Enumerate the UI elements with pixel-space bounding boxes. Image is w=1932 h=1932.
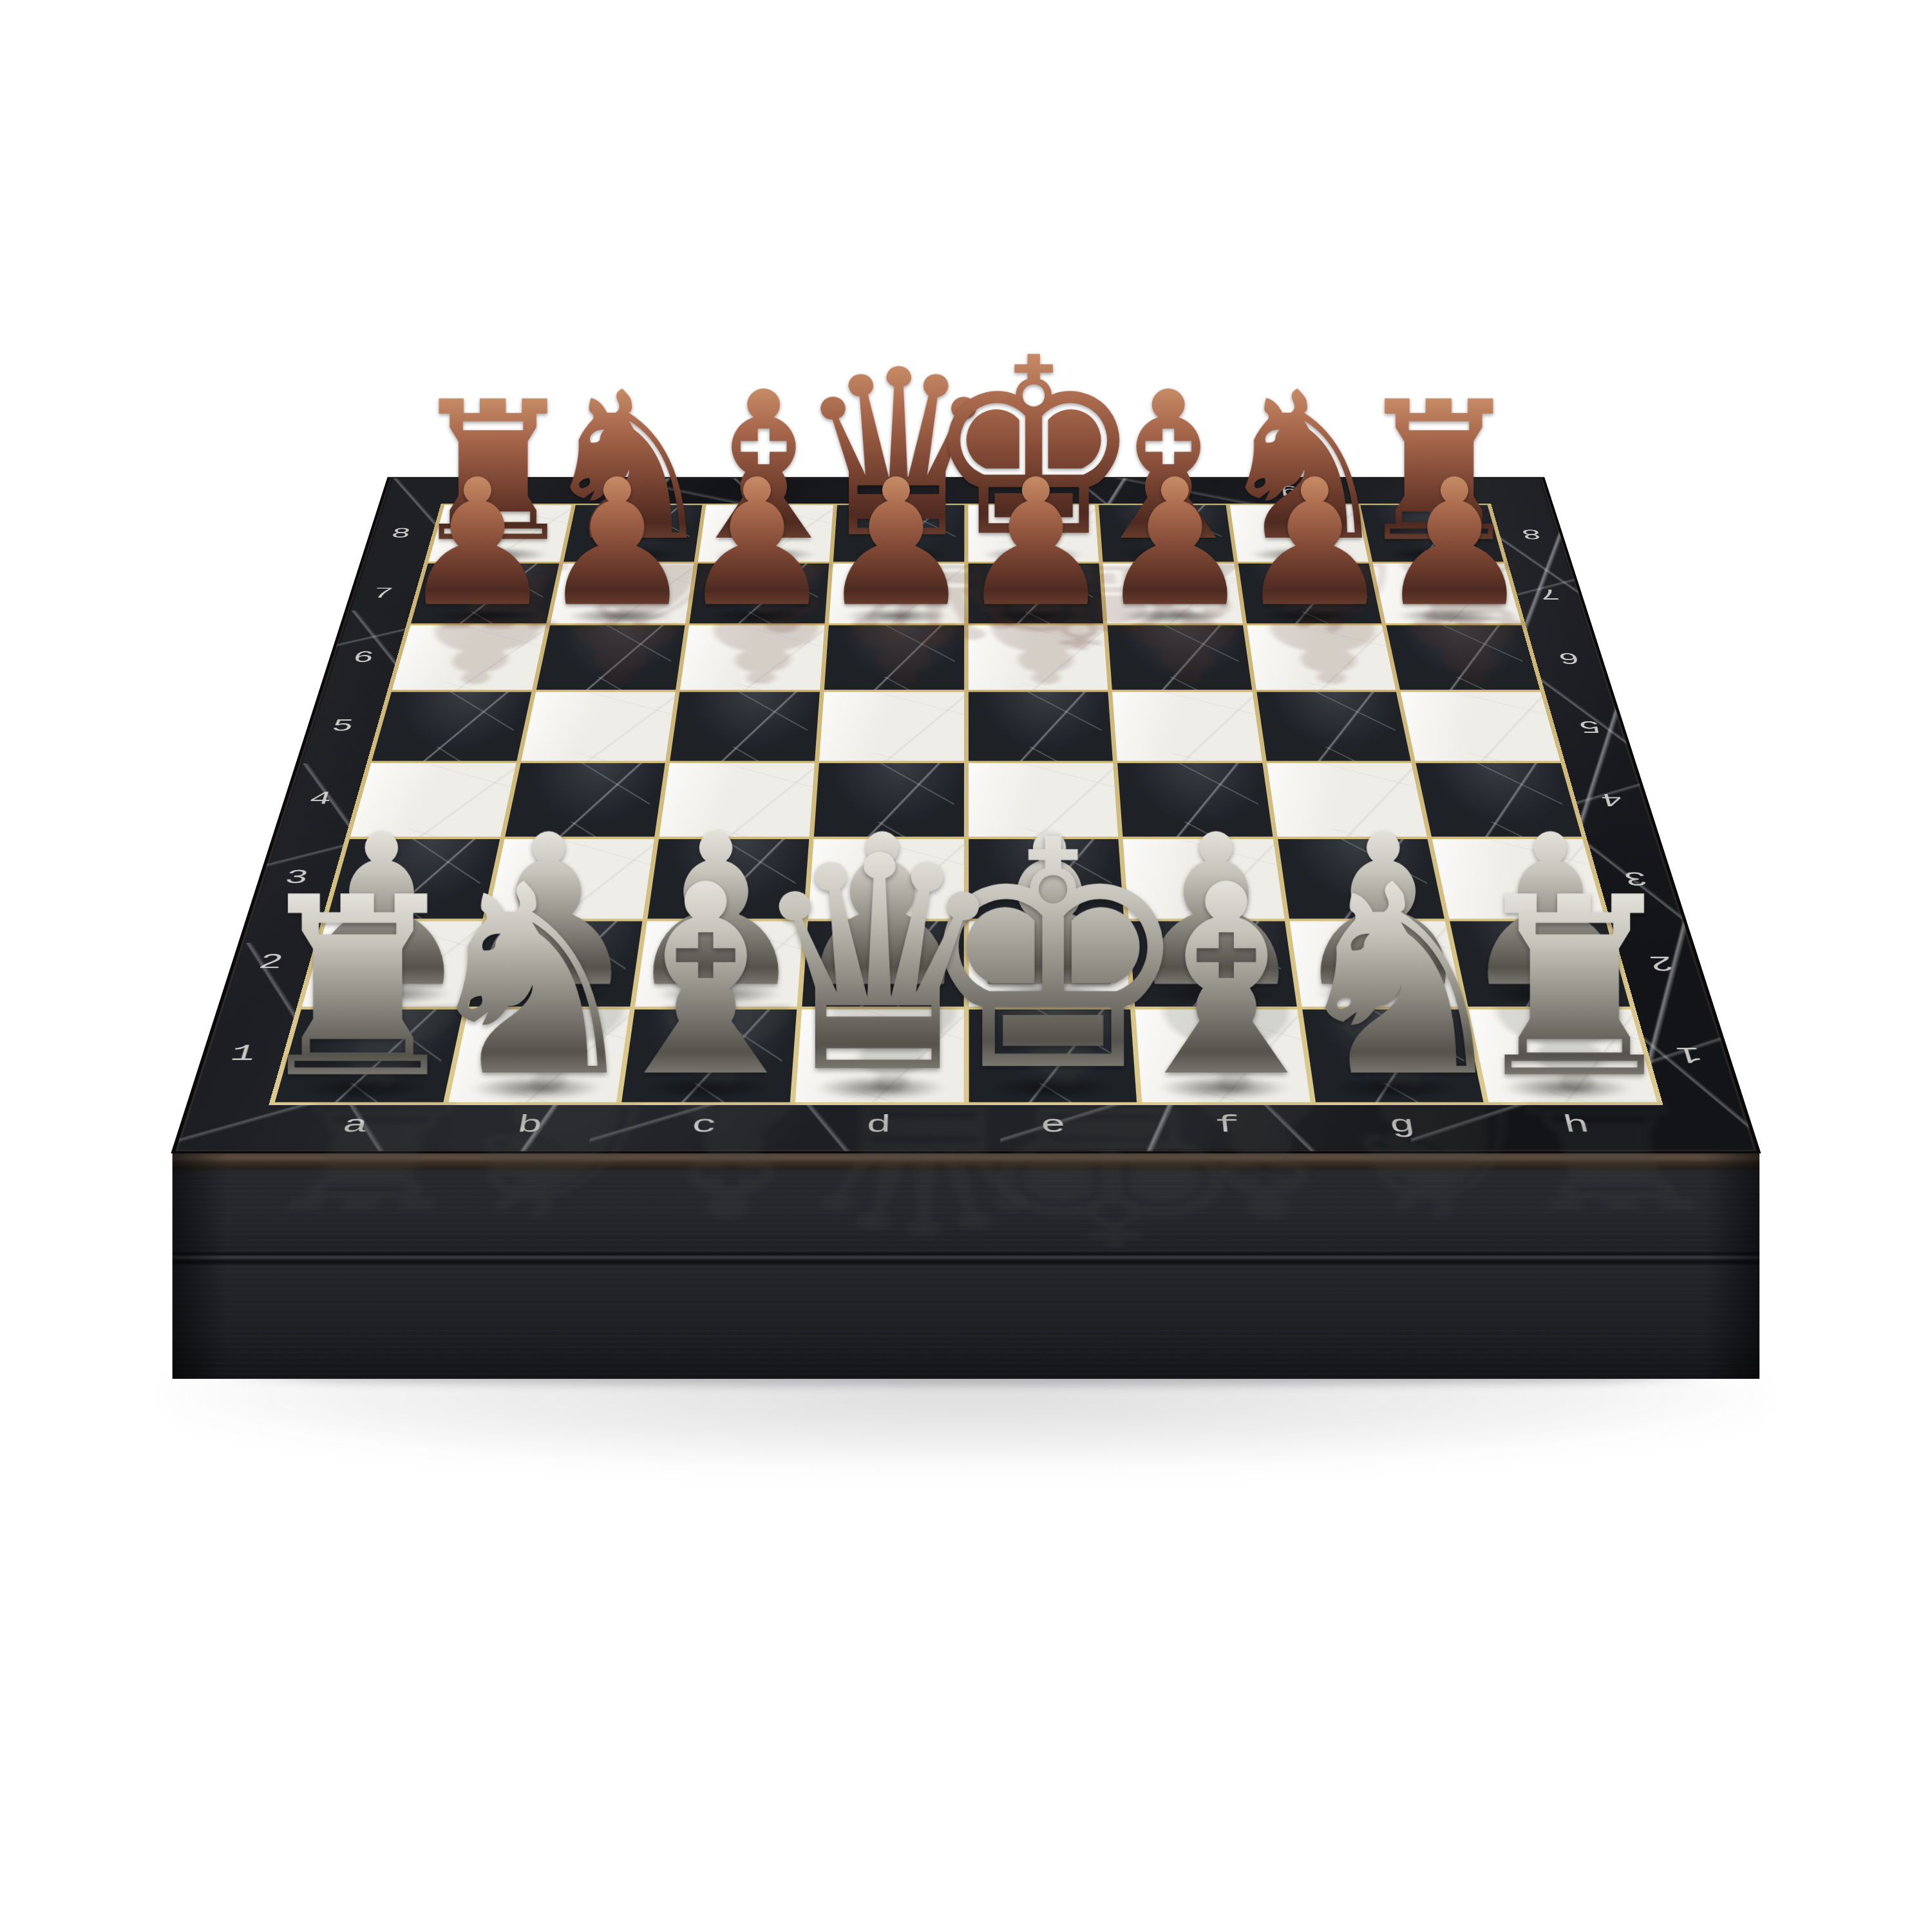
file-label-near-d: d xyxy=(791,1112,966,1139)
scene: abcdefgh abcdefgh 12345678 12345678 ♜♞♝♛… xyxy=(0,0,1932,1932)
square-b7[interactable]: ♟ xyxy=(550,563,694,623)
piece-black-pawn-d7[interactable]: ♟ xyxy=(818,460,974,627)
piece-black-pawn-f7[interactable]: ♟ xyxy=(1097,460,1253,627)
file-label-near-c: c xyxy=(615,1112,792,1139)
square-c7[interactable]: ♟ xyxy=(690,563,829,623)
square-d7[interactable]: ♟ xyxy=(829,563,964,623)
file-label-near-b: b xyxy=(440,1112,620,1139)
square-c1[interactable]: ♝ xyxy=(621,1010,797,1103)
square-c5[interactable] xyxy=(670,692,819,761)
square-e7[interactable]: ♟ xyxy=(968,563,1103,623)
piece-black-pawn-g7[interactable]: ♟ xyxy=(1236,460,1393,627)
square-e5[interactable] xyxy=(968,692,1113,761)
square-g1[interactable]: ♞ xyxy=(1302,1010,1484,1103)
square-a7[interactable]: ♟ xyxy=(411,563,559,623)
chess-board: abcdefgh abcdefgh 12345678 12345678 ♜♞♝♛… xyxy=(171,477,1761,1153)
square-h6[interactable] xyxy=(1387,625,1540,690)
file-label-near-e: e xyxy=(966,1112,1141,1139)
piece-black-pawn-c7[interactable]: ♟ xyxy=(678,460,835,627)
square-f7[interactable]: ♟ xyxy=(1103,563,1243,623)
square-d6[interactable] xyxy=(824,625,964,690)
storage-box-front xyxy=(173,1153,1760,1379)
square-b5[interactable] xyxy=(521,692,676,761)
file-labels-near: abcdefgh xyxy=(264,1112,1668,1141)
piece-black-pawn-a7[interactable]: ♟ xyxy=(399,460,556,627)
square-h7[interactable]: ♟ xyxy=(1373,563,1521,623)
square-g7[interactable]: ♟ xyxy=(1238,563,1381,623)
square-g5[interactable] xyxy=(1256,692,1411,761)
piece-white-bishop-c1[interactable]: ♝ xyxy=(588,857,823,1106)
square-h1[interactable]: ♜ xyxy=(1469,1010,1657,1103)
square-b6[interactable] xyxy=(536,625,685,690)
square-f5[interactable] xyxy=(1112,692,1262,761)
file-label-near-g: g xyxy=(1313,1112,1493,1139)
square-c6[interactable] xyxy=(680,625,824,690)
file-label-near-a: a xyxy=(264,1112,446,1139)
piece-white-rook-h1[interactable]: ♜ xyxy=(1463,871,1685,1106)
square-e6[interactable] xyxy=(968,625,1108,690)
file-label-near-f: f xyxy=(1139,1112,1316,1139)
square-d5[interactable] xyxy=(819,692,964,761)
square-h5[interactable] xyxy=(1401,692,1560,761)
square-f6[interactable] xyxy=(1108,625,1252,690)
piece-black-pawn-h7[interactable]: ♟ xyxy=(1376,460,1533,627)
square-a5[interactable] xyxy=(372,692,531,761)
piece-black-pawn-e7[interactable]: ♟ xyxy=(958,460,1114,627)
square-g6[interactable] xyxy=(1247,625,1396,690)
product-photo-stage: abcdefgh abcdefgh 12345678 12345678 ♜♞♝♛… xyxy=(0,0,1932,1932)
playing-grid: ♜♞♝♛♚♝♞♜♟♟♟♟♟♟♟♟♟♟♟♟♟♟♟♟♜♞♝♛♚♝♞♜ xyxy=(269,504,1663,1105)
square-a6[interactable] xyxy=(392,625,545,690)
file-label-near-h: h xyxy=(1486,1112,1668,1139)
piece-black-pawn-b7[interactable]: ♟ xyxy=(539,460,696,627)
